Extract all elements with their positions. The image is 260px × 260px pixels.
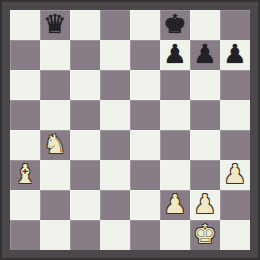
square-e7[interactable] <box>130 40 160 70</box>
square-b2[interactable] <box>40 190 70 220</box>
square-e3[interactable] <box>130 160 160 190</box>
square-d2[interactable] <box>100 190 130 220</box>
square-e2[interactable] <box>130 190 160 220</box>
square-f4[interactable] <box>160 130 190 160</box>
square-a6[interactable] <box>10 70 40 100</box>
square-d7[interactable] <box>100 40 130 70</box>
square-a2[interactable] <box>10 190 40 220</box>
chess-board: ♛♚♟♟♟♞♝♟♟♟♚ <box>0 0 260 260</box>
square-h1[interactable] <box>220 220 250 250</box>
square-e6[interactable] <box>130 70 160 100</box>
square-g1[interactable]: ♚ <box>190 220 220 250</box>
square-d3[interactable] <box>100 160 130 190</box>
square-e4[interactable] <box>130 130 160 160</box>
square-h5[interactable] <box>220 100 250 130</box>
square-a1[interactable] <box>10 220 40 250</box>
piece-white-king[interactable]: ♚ <box>190 220 220 250</box>
square-b1[interactable] <box>40 220 70 250</box>
square-b3[interactable] <box>40 160 70 190</box>
square-b8[interactable]: ♛ <box>40 10 70 40</box>
square-d1[interactable] <box>100 220 130 250</box>
square-b4[interactable]: ♞ <box>40 130 70 160</box>
square-f3[interactable] <box>160 160 190 190</box>
square-h2[interactable] <box>220 190 250 220</box>
piece-black-pawn[interactable]: ♟ <box>160 40 190 70</box>
piece-white-pawn[interactable]: ♟ <box>190 190 220 220</box>
square-e5[interactable] <box>130 100 160 130</box>
piece-white-knight[interactable]: ♞ <box>40 130 70 160</box>
square-g7[interactable]: ♟ <box>190 40 220 70</box>
square-e1[interactable] <box>130 220 160 250</box>
piece-white-pawn[interactable]: ♟ <box>220 160 250 190</box>
square-a5[interactable] <box>10 100 40 130</box>
square-d5[interactable] <box>100 100 130 130</box>
square-g2[interactable]: ♟ <box>190 190 220 220</box>
square-f7[interactable]: ♟ <box>160 40 190 70</box>
square-h7[interactable]: ♟ <box>220 40 250 70</box>
square-g8[interactable] <box>190 10 220 40</box>
square-b7[interactable] <box>40 40 70 70</box>
square-c6[interactable] <box>70 70 100 100</box>
board-grid: ♛♚♟♟♟♞♝♟♟♟♚ <box>10 10 250 250</box>
square-f5[interactable] <box>160 100 190 130</box>
square-c8[interactable] <box>70 10 100 40</box>
piece-white-bishop[interactable]: ♝ <box>10 160 40 190</box>
square-a8[interactable] <box>10 10 40 40</box>
square-h8[interactable] <box>220 10 250 40</box>
square-c2[interactable] <box>70 190 100 220</box>
piece-black-queen[interactable]: ♛ <box>40 10 70 40</box>
piece-black-king[interactable]: ♚ <box>160 10 190 40</box>
square-d6[interactable] <box>100 70 130 100</box>
square-f6[interactable] <box>160 70 190 100</box>
square-d8[interactable] <box>100 10 130 40</box>
square-g4[interactable] <box>190 130 220 160</box>
square-a7[interactable] <box>10 40 40 70</box>
square-a3[interactable]: ♝ <box>10 160 40 190</box>
square-h4[interactable] <box>220 130 250 160</box>
piece-black-pawn[interactable]: ♟ <box>220 40 250 70</box>
square-f8[interactable]: ♚ <box>160 10 190 40</box>
square-g3[interactable] <box>190 160 220 190</box>
square-c4[interactable] <box>70 130 100 160</box>
square-g5[interactable] <box>190 100 220 130</box>
square-b5[interactable] <box>40 100 70 130</box>
square-g6[interactable] <box>190 70 220 100</box>
piece-white-pawn[interactable]: ♟ <box>160 190 190 220</box>
square-b6[interactable] <box>40 70 70 100</box>
square-e8[interactable] <box>130 10 160 40</box>
square-c1[interactable] <box>70 220 100 250</box>
square-f2[interactable]: ♟ <box>160 190 190 220</box>
square-f1[interactable] <box>160 220 190 250</box>
square-d4[interactable] <box>100 130 130 160</box>
square-h6[interactable] <box>220 70 250 100</box>
square-a4[interactable] <box>10 130 40 160</box>
square-c3[interactable] <box>70 160 100 190</box>
square-c5[interactable] <box>70 100 100 130</box>
piece-black-pawn[interactable]: ♟ <box>190 40 220 70</box>
square-h3[interactable]: ♟ <box>220 160 250 190</box>
square-c7[interactable] <box>70 40 100 70</box>
